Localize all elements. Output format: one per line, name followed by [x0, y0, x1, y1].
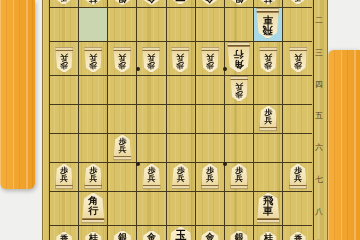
board-cell[interactable]	[196, 192, 225, 226]
piece-kanji: 歩	[294, 62, 302, 70]
piece-kanji: 歩	[60, 62, 68, 70]
board-cell[interactable]	[225, 105, 254, 134]
hoshi-dot	[223, 162, 227, 166]
piece-sente-pawn[interactable]: 歩兵	[55, 163, 74, 189]
piece-gote-pawn[interactable]: 歩兵	[171, 47, 190, 73]
piece-gote-king[interactable]: 王将	[168, 0, 193, 5]
board-cell[interactable]: 歩兵	[167, 163, 196, 192]
board-cell[interactable]: 桂馬	[79, 0, 108, 8]
piece-sente-pawn[interactable]: 歩兵	[142, 163, 161, 189]
board-cell[interactable]: 桂馬	[254, 226, 283, 240]
board-cell[interactable]	[137, 134, 166, 163]
board-cell[interactable]: 角行	[79, 192, 108, 226]
board-cell[interactable]: 銀将	[225, 0, 254, 8]
piece-kanji: 銀	[118, 0, 127, 2]
piece-kanji: 歩	[235, 91, 243, 99]
piece-sente-knight[interactable]: 桂馬	[258, 231, 278, 240]
board-cell[interactable]: 歩兵	[225, 76, 254, 105]
board-cell[interactable]: 歩兵	[50, 42, 79, 76]
board-cell[interactable]: 歩兵	[137, 42, 166, 76]
board-cell[interactable]	[108, 163, 137, 192]
board-cell[interactable]: 銀将	[108, 0, 137, 8]
piece-kanji: 飛	[263, 25, 273, 35]
piece-sente-pawn[interactable]: 歩兵	[171, 163, 190, 189]
piece-kanji: 兵	[148, 174, 156, 182]
piece-kanji: 香	[60, 234, 68, 240]
piece-kanji: 歩	[206, 62, 214, 70]
shogi-app: 香車桂馬銀将金将王将金将銀将桂馬香車飛車歩兵歩兵歩兵歩兵歩兵歩兵角行歩兵歩兵歩兵…	[0, 0, 360, 240]
rank-label-7: 七	[315, 176, 323, 184]
rank-label-4: 四	[315, 81, 323, 89]
piece-gote-bishop[interactable]: 角行	[227, 42, 251, 73]
board-cell[interactable]	[108, 8, 137, 42]
piece-kanji: 金	[205, 233, 214, 240]
piece-kanji: 王	[175, 0, 186, 1]
board-cell[interactable]	[137, 192, 166, 226]
board-cell[interactable]	[79, 105, 108, 134]
board-cell[interactable]: 歩兵	[225, 163, 254, 192]
piece-gote-pawn[interactable]: 歩兵	[259, 47, 278, 73]
piece-kanji: 香	[294, 234, 302, 240]
rank-label-6: 六	[315, 144, 323, 152]
piece-kanji: 金	[147, 0, 156, 2]
piece-sente-pawn[interactable]: 歩兵	[201, 163, 220, 189]
piece-gote-gold[interactable]: 金将	[199, 0, 220, 5]
piece-gote-gold[interactable]: 金将	[141, 0, 162, 5]
piece-gote-rook[interactable]: 飛車	[256, 8, 280, 39]
piece-kanji: 行	[234, 49, 244, 59]
piece-kanji: 兵	[264, 54, 272, 62]
piece-gote-pawn[interactable]: 歩兵	[84, 47, 103, 73]
piece-kanji: 兵	[235, 83, 243, 91]
piece-kanji: 兵	[264, 116, 272, 124]
board-cell[interactable]: 金将	[137, 226, 166, 240]
piece-sente-pawn[interactable]: 歩兵	[84, 163, 103, 189]
board-cell[interactable]	[50, 8, 79, 42]
piece-gote-pawn[interactable]: 歩兵	[142, 47, 161, 73]
piece-gote-silver[interactable]: 銀将	[112, 0, 133, 5]
piece-gote-pawn[interactable]: 歩兵	[55, 47, 74, 73]
board-cell[interactable]	[108, 105, 137, 134]
piece-kanji: 銀	[235, 0, 244, 2]
piece-gote-lance[interactable]: 香車	[54, 0, 74, 5]
rank-label-5: 五	[315, 112, 323, 120]
piece-kanji: 香	[294, 0, 302, 2]
board-cell[interactable]: 歩兵	[167, 42, 196, 76]
board-cell[interactable]: 銀将	[108, 226, 137, 240]
board-cell[interactable]: 飛車	[254, 192, 283, 226]
piece-sente-pawn[interactable]: 歩兵	[113, 134, 132, 160]
right-piece-stand	[328, 50, 360, 240]
board-cell[interactable]	[225, 134, 254, 163]
board-cell[interactable]: 歩兵	[196, 42, 225, 76]
board-cell[interactable]: 金将	[196, 0, 225, 8]
piece-kanji: 金	[147, 233, 156, 240]
board-cell[interactable]	[137, 76, 166, 105]
piece-kanji: 桂	[264, 234, 273, 240]
board-cell[interactable]	[283, 134, 312, 163]
board-cell[interactable]: 香車	[50, 0, 79, 8]
board-cell[interactable]: 歩兵	[283, 42, 312, 76]
piece-gote-pawn[interactable]: 歩兵	[113, 47, 132, 73]
piece-kanji: 歩	[264, 62, 272, 70]
board-cell[interactable]	[50, 192, 79, 226]
piece-kanji: 角	[234, 59, 244, 69]
board-cell[interactable]	[108, 76, 137, 105]
board-cell[interactable]	[283, 192, 312, 226]
board-cell[interactable]	[283, 105, 312, 134]
board-cell[interactable]	[167, 134, 196, 163]
piece-kanji: 兵	[177, 54, 185, 62]
board-cell[interactable]	[196, 8, 225, 42]
board-cell[interactable]	[225, 8, 254, 42]
board-cell[interactable]	[254, 134, 283, 163]
piece-kanji: 車	[263, 206, 273, 216]
board-cell[interactable]	[167, 192, 196, 226]
board-cell[interactable]: 歩兵	[254, 42, 283, 76]
board-cell[interactable]: 飛車	[254, 8, 283, 42]
rank-label-3: 三	[315, 49, 323, 57]
piece-gote-knight[interactable]: 桂馬	[83, 0, 103, 5]
piece-kanji: 銀	[235, 233, 244, 240]
piece-kanji: 車	[263, 15, 273, 25]
board-cell[interactable]	[137, 105, 166, 134]
piece-sente-knight[interactable]: 桂馬	[83, 231, 103, 240]
piece-kanji: 歩	[148, 62, 156, 70]
piece-kanji: 兵	[235, 174, 243, 182]
piece-kanji: 兵	[148, 54, 156, 62]
piece-sente-gold[interactable]: 金将	[141, 230, 162, 240]
piece-kanji: 歩	[118, 62, 126, 70]
board-cell[interactable]: 歩兵	[137, 163, 166, 192]
board-cell[interactable]	[167, 8, 196, 42]
left-piece-stand	[0, 0, 35, 189]
board-cell[interactable]	[167, 105, 196, 134]
board-cell[interactable]	[50, 76, 79, 105]
piece-sente-lance[interactable]: 香車	[54, 231, 74, 240]
board-cell[interactable]	[254, 76, 283, 105]
rank-label-8: 八	[315, 208, 323, 216]
board-cell[interactable]: 歩兵	[79, 42, 108, 76]
piece-sente-pawn[interactable]: 歩兵	[289, 163, 308, 189]
board-cell[interactable]: 歩兵	[79, 163, 108, 192]
piece-kanji: 歩	[89, 62, 97, 70]
piece-kanji: 銀	[118, 233, 127, 240]
piece-kanji: 玉	[175, 230, 186, 240]
piece-gote-pawn[interactable]: 歩兵	[230, 76, 249, 102]
board-cell[interactable]: 歩兵	[50, 163, 79, 192]
piece-kanji: 兵	[89, 174, 97, 182]
board-cell[interactable]	[254, 163, 283, 192]
piece-kanji: 兵	[60, 174, 68, 182]
board-cell[interactable]: 香車	[283, 226, 312, 240]
piece-gote-lance[interactable]: 香車	[288, 0, 308, 5]
hoshi-dot	[136, 162, 140, 166]
board-cell[interactable]	[196, 105, 225, 134]
piece-sente-silver[interactable]: 銀将	[229, 230, 250, 240]
piece-kanji: 行	[88, 206, 98, 216]
piece-gote-pawn[interactable]: 歩兵	[201, 47, 220, 73]
piece-kanji: 香	[60, 0, 68, 2]
piece-sente-lance[interactable]: 香車	[288, 231, 308, 240]
board-cell[interactable]: 桂馬	[254, 0, 283, 8]
board-cell[interactable]	[50, 105, 79, 134]
piece-sente-bishop[interactable]: 角行	[81, 192, 105, 223]
piece-sente-pawn[interactable]: 歩兵	[230, 163, 249, 189]
piece-gote-knight[interactable]: 桂馬	[258, 0, 278, 5]
board-cell[interactable]	[79, 8, 108, 42]
piece-sente-gold[interactable]: 金将	[199, 230, 220, 240]
board-cell[interactable]	[108, 192, 137, 226]
board-cell[interactable]: 銀将	[225, 226, 254, 240]
board-cell[interactable]: 金将	[137, 0, 166, 8]
piece-kanji: 桂	[89, 0, 98, 2]
board-cell[interactable]	[196, 76, 225, 105]
piece-kanji: 兵	[177, 174, 185, 182]
board-cell[interactable]: 歩兵	[196, 163, 225, 192]
board-cell[interactable]	[50, 134, 79, 163]
piece-kanji: 兵	[294, 174, 302, 182]
board-cell[interactable]	[225, 192, 254, 226]
board-cell[interactable]	[196, 134, 225, 163]
piece-kanji: 兵	[60, 54, 68, 62]
board-cell[interactable]: 桂馬	[79, 226, 108, 240]
piece-kanji: 兵	[118, 54, 126, 62]
board-cell[interactable]: 歩兵	[108, 134, 137, 163]
hoshi-dot	[223, 67, 227, 71]
board-cell[interactable]: 金将	[196, 226, 225, 240]
piece-kanji: 歩	[177, 62, 185, 70]
piece-kanji: 兵	[206, 174, 214, 182]
board-cell[interactable]	[167, 76, 196, 105]
piece-kanji: 兵	[206, 54, 214, 62]
board-cell[interactable]	[79, 134, 108, 163]
board-cell[interactable]: 角行	[225, 42, 254, 76]
board-cell[interactable]	[137, 8, 166, 42]
piece-sente-rook[interactable]: 飛車	[256, 192, 280, 223]
board-cell[interactable]	[283, 8, 312, 42]
board-cell[interactable]: 歩兵	[254, 105, 283, 134]
board-cell[interactable]: 歩兵	[108, 42, 137, 76]
piece-gote-pawn[interactable]: 歩兵	[289, 47, 308, 73]
piece-kanji: 兵	[294, 54, 302, 62]
rank-label-2: 二	[315, 17, 323, 25]
board-cell[interactable]: 香車	[50, 226, 79, 240]
board-cell[interactable]	[79, 76, 108, 105]
board-cell[interactable]: 玉将	[167, 226, 196, 240]
piece-kanji: 桂	[89, 234, 98, 240]
board-grid: 香車桂馬銀将金将王将金将銀将桂馬香車飛車歩兵歩兵歩兵歩兵歩兵歩兵角行歩兵歩兵歩兵…	[49, 0, 314, 240]
board-cell[interactable]	[283, 76, 312, 105]
piece-kanji: 兵	[118, 145, 126, 153]
piece-gote-silver[interactable]: 銀将	[229, 0, 250, 5]
piece-sente-king[interactable]: 玉将	[168, 226, 193, 240]
board-cell[interactable]: 歩兵	[283, 163, 312, 192]
board-cell[interactable]: 王将	[167, 0, 196, 8]
board-cell[interactable]: 香車	[283, 0, 312, 8]
piece-sente-pawn[interactable]: 歩兵	[259, 105, 278, 131]
hoshi-dot	[136, 67, 140, 71]
piece-kanji: 桂	[264, 0, 273, 2]
piece-kanji: 金	[205, 0, 214, 2]
piece-kanji: 兵	[89, 54, 97, 62]
piece-sente-silver[interactable]: 銀将	[112, 230, 133, 240]
